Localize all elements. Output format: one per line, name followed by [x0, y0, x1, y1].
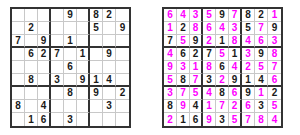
sudoku-cell	[77, 61, 90, 74]
sudoku-cell	[38, 61, 51, 74]
sudoku-cell: 3	[268, 35, 281, 48]
sudoku-cell: 6	[242, 100, 255, 113]
sudoku-cell	[25, 9, 38, 22]
sudoku-cell: 9	[268, 22, 281, 35]
sudoku-cell: 4	[38, 100, 51, 113]
sudoku-cell: 9	[90, 87, 103, 100]
sudoku-cell: 9	[229, 74, 242, 87]
sudoku-cell	[12, 74, 25, 87]
sudoku-cell: 7	[242, 113, 255, 126]
sudoku-cell	[12, 48, 25, 61]
sudoku-cell: 1	[90, 74, 103, 87]
sudoku-cell: 4	[229, 61, 242, 74]
sudoku-cell: 4	[164, 48, 177, 61]
sudoku-cell: 9	[203, 113, 216, 126]
sudoku-cell: 6	[25, 48, 38, 61]
sudoku-cell	[77, 22, 90, 35]
sudoku-cell: 5	[90, 22, 103, 35]
sudoku-cell	[51, 100, 64, 113]
sudoku-cell: 5	[229, 113, 242, 126]
sudoku-cell: 9	[77, 74, 90, 87]
sudoku-cell	[12, 9, 25, 22]
sudoku-cell	[90, 61, 103, 74]
sudoku-cell: 8	[25, 74, 38, 87]
sudoku-cell: 5	[203, 9, 216, 22]
sudoku-cell: 7	[216, 100, 229, 113]
sudoku-cell: 6	[268, 74, 281, 87]
sudoku-cell	[12, 87, 25, 100]
sudoku-cell: 1	[190, 61, 203, 74]
sudoku-puzzle-board: 98225979162719683914892843163	[10, 7, 131, 128]
sudoku-cell: 8	[216, 87, 229, 100]
sudoku-cell: 3	[103, 100, 116, 113]
sudoku-cell	[51, 113, 64, 126]
sudoku-cell: 2	[190, 48, 203, 61]
sudoku-cell: 2	[25, 22, 38, 35]
sudoku-cell: 6	[216, 61, 229, 74]
sudoku-cell: 1	[242, 74, 255, 87]
sudoku-cell: 9	[190, 35, 203, 48]
sudoku-cell	[64, 74, 77, 87]
sudoku-cell	[103, 61, 116, 74]
sudoku-cell: 3	[190, 9, 203, 22]
sudoku-cell	[38, 9, 51, 22]
sudoku-cell	[38, 22, 51, 35]
sudoku-cell	[90, 35, 103, 48]
sudoku-cell: 8	[190, 22, 203, 35]
sudoku-cell: 9	[177, 100, 190, 113]
sudoku-cell: 2	[38, 48, 51, 61]
sudoku-cell: 4	[203, 87, 216, 100]
sudoku-cell: 4	[242, 35, 255, 48]
sudoku-cell: 6	[64, 61, 77, 74]
sudoku-cell	[51, 61, 64, 74]
sudoku-cell: 9	[255, 48, 268, 61]
sudoku-cell: 5	[255, 61, 268, 74]
sudoku-cell: 5	[242, 22, 255, 35]
sudoku-cell: 9	[242, 87, 255, 100]
sudoku-cell: 7	[164, 35, 177, 48]
sudoku-cell: 3	[203, 74, 216, 87]
sudoku-cell: 1	[216, 35, 229, 48]
sudoku-cell: 4	[255, 74, 268, 87]
sudoku-cell	[103, 35, 116, 48]
sudoku-cell: 1	[25, 113, 38, 126]
sudoku-cell	[12, 22, 25, 35]
sudoku-cell: 7	[255, 22, 268, 35]
sudoku-cell: 1	[229, 48, 242, 61]
sudoku-cell	[116, 113, 129, 126]
sudoku-cell: 9	[38, 35, 51, 48]
sudoku-cell	[116, 74, 129, 87]
sudoku-cell: 9	[64, 9, 77, 22]
sudoku-cell: 8	[242, 9, 255, 22]
sudoku-cell: 2	[216, 74, 229, 87]
sudoku-cell: 9	[103, 48, 116, 61]
sudoku-cell: 2	[203, 35, 216, 48]
sudoku-cell	[51, 22, 64, 35]
sudoku-cell	[38, 87, 51, 100]
sudoku-cell	[12, 113, 25, 126]
sudoku-cell: 5	[190, 87, 203, 100]
sudoku-cell: 7	[190, 74, 203, 87]
sudoku-cell	[77, 87, 90, 100]
sudoku-cell	[12, 61, 25, 74]
sudoku-cell	[25, 87, 38, 100]
sudoku-cell: 5	[164, 74, 177, 87]
sudoku-cell	[38, 74, 51, 87]
sudoku-cell	[116, 9, 129, 22]
sudoku-cell	[116, 61, 129, 74]
sudoku-cell: 2	[255, 9, 268, 22]
sudoku-cell: 6	[164, 9, 177, 22]
sudoku-cell	[116, 35, 129, 48]
sudoku-cell: 8	[64, 87, 77, 100]
sudoku-cell: 9	[164, 61, 177, 74]
sudoku-cell	[64, 100, 77, 113]
sudoku-cell	[77, 35, 90, 48]
sudoku-cell	[51, 87, 64, 100]
sudoku-cell: 5	[177, 35, 190, 48]
sudoku-cell: 7	[12, 35, 25, 48]
sudoku-cell: 2	[229, 100, 242, 113]
sudoku-cell	[25, 35, 38, 48]
sudoku-cell: 5	[216, 48, 229, 61]
sudoku-cell: 6	[229, 87, 242, 100]
sudoku-cell	[90, 113, 103, 126]
sudoku-cell: 1	[203, 100, 216, 113]
sudoku-cell: 3	[64, 113, 77, 126]
sudoku-cell: 8	[12, 100, 25, 113]
sudoku-cell: 1	[77, 48, 90, 61]
sudoku-cell: 8	[164, 100, 177, 113]
sudoku-cell	[25, 100, 38, 113]
sudoku-cell	[77, 9, 90, 22]
sudoku-cell: 4	[216, 22, 229, 35]
sudoku-cell: 8	[203, 61, 216, 74]
sudoku-cell	[116, 48, 129, 61]
sudoku-cell: 9	[216, 9, 229, 22]
sudoku-cell: 4	[190, 100, 203, 113]
sudoku-cell	[77, 113, 90, 126]
sudoku-cell	[103, 22, 116, 35]
sudoku-cell	[90, 48, 103, 61]
sudoku-cell: 4	[177, 9, 190, 22]
sudoku-cell: 3	[242, 48, 255, 61]
sudoku-cell: 6	[38, 113, 51, 126]
sudoku-cell: 2	[116, 87, 129, 100]
sudoku-cell	[103, 113, 116, 126]
sudoku-cell: 2	[268, 87, 281, 100]
sudoku-cell: 2	[177, 22, 190, 35]
sudoku-cell	[116, 100, 129, 113]
sudoku-solution-board: 6435978211286435797592184634627513989318…	[162, 7, 283, 128]
sudoku-cell	[90, 100, 103, 113]
sudoku-cell: 6	[190, 113, 203, 126]
sudoku-diagram: 98225979162719683914892843163 6435978211…	[0, 0, 300, 135]
sudoku-cell	[51, 9, 64, 22]
sudoku-cell	[103, 87, 116, 100]
sudoku-cell: 8	[177, 74, 190, 87]
sudoku-cell: 4	[103, 74, 116, 87]
sudoku-cell: 7	[268, 61, 281, 74]
sudoku-cell: 7	[229, 9, 242, 22]
sudoku-cell: 1	[177, 113, 190, 126]
sudoku-cell: 1	[64, 35, 77, 48]
sudoku-cell: 5	[268, 100, 281, 113]
sudoku-cell: 8	[90, 9, 103, 22]
sudoku-cell: 6	[177, 48, 190, 61]
sudoku-cell: 7	[177, 87, 190, 100]
sudoku-cell	[25, 61, 38, 74]
sudoku-cell: 3	[255, 100, 268, 113]
sudoku-cell: 3	[229, 22, 242, 35]
sudoku-cell: 2	[164, 113, 177, 126]
sudoku-cell: 7	[203, 48, 216, 61]
sudoku-cell: 3	[164, 87, 177, 100]
sudoku-cell: 4	[268, 113, 281, 126]
sudoku-cell	[64, 48, 77, 61]
sudoku-cell: 1	[268, 9, 281, 22]
sudoku-cell: 9	[116, 22, 129, 35]
sudoku-cell: 3	[51, 74, 64, 87]
sudoku-cell	[77, 100, 90, 113]
sudoku-cell	[51, 35, 64, 48]
sudoku-cell: 3	[216, 113, 229, 126]
sudoku-cell: 2	[242, 61, 255, 74]
sudoku-cell: 8	[268, 48, 281, 61]
sudoku-cell: 7	[51, 48, 64, 61]
sudoku-cell: 3	[177, 61, 190, 74]
sudoku-cell: 1	[164, 22, 177, 35]
sudoku-cell: 6	[255, 35, 268, 48]
sudoku-cell: 1	[255, 87, 268, 100]
sudoku-cell	[64, 22, 77, 35]
sudoku-cell: 2	[103, 9, 116, 22]
sudoku-cell: 8	[255, 113, 268, 126]
sudoku-cell: 6	[203, 22, 216, 35]
sudoku-cell: 8	[229, 35, 242, 48]
